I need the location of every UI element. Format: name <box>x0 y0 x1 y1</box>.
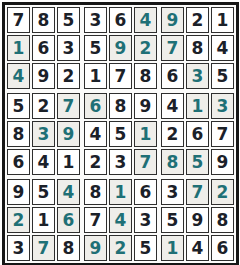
cell-r5c4[interactable]: 4 <box>84 121 107 147</box>
box-6: 413267859 <box>161 93 234 175</box>
cell-r3c6[interactable]: 8 <box>134 63 157 89</box>
box-7: 954216378 <box>7 179 80 261</box>
cell-r6c3[interactable]: 1 <box>57 149 80 175</box>
cell-r2c4[interactable]: 5 <box>84 35 107 61</box>
cell-r4c5[interactable]: 8 <box>109 93 132 119</box>
cell-r5c5[interactable]: 5 <box>109 121 132 147</box>
cell-r3c2[interactable]: 9 <box>32 63 55 89</box>
cell-r4c3[interactable]: 7 <box>57 93 80 119</box>
cell-r4c7[interactable]: 4 <box>161 93 184 119</box>
cell-r8c2[interactable]: 1 <box>32 207 55 233</box>
cell-r2c1[interactable]: 1 <box>7 35 30 61</box>
cell-r9c1[interactable]: 3 <box>7 235 30 261</box>
cell-r1c5[interactable]: 6 <box>109 7 132 33</box>
cell-r6c8[interactable]: 5 <box>186 149 209 175</box>
cell-r3c7[interactable]: 6 <box>161 63 184 89</box>
cell-r6c4[interactable]: 2 <box>84 149 107 175</box>
cell-r2c5[interactable]: 9 <box>109 35 132 61</box>
cell-r4c1[interactable]: 5 <box>7 93 30 119</box>
cell-r7c4[interactable]: 8 <box>84 179 107 205</box>
cell-r9c2[interactable]: 7 <box>32 235 55 261</box>
cell-r5c1[interactable]: 8 <box>7 121 30 147</box>
cell-r1c7[interactable]: 9 <box>161 7 184 33</box>
cell-r8c9[interactable]: 8 <box>211 207 234 233</box>
cell-r9c5[interactable]: 2 <box>109 235 132 261</box>
cell-r5c2[interactable]: 3 <box>32 121 55 147</box>
cell-r1c9[interactable]: 1 <box>211 7 234 33</box>
cell-r1c1[interactable]: 7 <box>7 7 30 33</box>
cell-r8c8[interactable]: 9 <box>186 207 209 233</box>
cell-r6c6[interactable]: 7 <box>134 149 157 175</box>
cell-r5c6[interactable]: 1 <box>134 121 157 147</box>
cell-r5c9[interactable]: 7 <box>211 121 234 147</box>
box-4: 527839641 <box>7 93 80 175</box>
cell-r4c4[interactable]: 6 <box>84 93 107 119</box>
cell-r6c7[interactable]: 8 <box>161 149 184 175</box>
box-3: 921784635 <box>161 7 234 89</box>
cell-r4c8[interactable]: 1 <box>186 93 209 119</box>
cell-r2c8[interactable]: 8 <box>186 35 209 61</box>
cell-r1c2[interactable]: 8 <box>32 7 55 33</box>
cell-r6c2[interactable]: 4 <box>32 149 55 175</box>
cell-r6c5[interactable]: 3 <box>109 149 132 175</box>
cell-r9c7[interactable]: 1 <box>161 235 184 261</box>
cell-r3c8[interactable]: 3 <box>186 63 209 89</box>
sudoku-board: 7851634923645921789217846355278396416894… <box>2 2 239 265</box>
cell-r5c8[interactable]: 6 <box>186 121 209 147</box>
cell-r7c5[interactable]: 1 <box>109 179 132 205</box>
cell-r5c7[interactable]: 2 <box>161 121 184 147</box>
cell-r8c7[interactable]: 5 <box>161 207 184 233</box>
cell-r9c9[interactable]: 6 <box>211 235 234 261</box>
box-1: 785163492 <box>7 7 80 89</box>
cell-r9c3[interactable]: 8 <box>57 235 80 261</box>
cell-r9c8[interactable]: 4 <box>186 235 209 261</box>
cell-r4c2[interactable]: 2 <box>32 93 55 119</box>
cell-r3c1[interactable]: 4 <box>7 63 30 89</box>
cell-r6c9[interactable]: 9 <box>211 149 234 175</box>
cell-r9c4[interactable]: 9 <box>84 235 107 261</box>
cell-r3c3[interactable]: 2 <box>57 63 80 89</box>
cell-r7c7[interactable]: 3 <box>161 179 184 205</box>
cell-r8c1[interactable]: 2 <box>7 207 30 233</box>
cell-r9c6[interactable]: 5 <box>134 235 157 261</box>
cell-r8c4[interactable]: 7 <box>84 207 107 233</box>
cell-r2c3[interactable]: 3 <box>57 35 80 61</box>
cell-r7c8[interactable]: 7 <box>186 179 209 205</box>
cell-r6c1[interactable]: 6 <box>7 149 30 175</box>
cell-r8c6[interactable]: 3 <box>134 207 157 233</box>
cell-r7c2[interactable]: 5 <box>32 179 55 205</box>
box-9: 372598146 <box>161 179 234 261</box>
cell-r8c5[interactable]: 4 <box>109 207 132 233</box>
cell-r3c9[interactable]: 5 <box>211 63 234 89</box>
cell-r7c6[interactable]: 6 <box>134 179 157 205</box>
cell-r1c3[interactable]: 5 <box>57 7 80 33</box>
cell-r1c8[interactable]: 2 <box>186 7 209 33</box>
box-5: 689451237 <box>84 93 157 175</box>
cell-r5c3[interactable]: 9 <box>57 121 80 147</box>
cell-r7c1[interactable]: 9 <box>7 179 30 205</box>
cell-r3c4[interactable]: 1 <box>84 63 107 89</box>
cell-r4c6[interactable]: 9 <box>134 93 157 119</box>
cell-r4c9[interactable]: 3 <box>211 93 234 119</box>
cell-r2c7[interactable]: 7 <box>161 35 184 61</box>
cell-r2c2[interactable]: 6 <box>32 35 55 61</box>
cell-r1c6[interactable]: 4 <box>134 7 157 33</box>
cell-r3c5[interactable]: 7 <box>109 63 132 89</box>
box-8: 816743925 <box>84 179 157 261</box>
cell-r7c3[interactable]: 4 <box>57 179 80 205</box>
cell-r2c9[interactable]: 4 <box>211 35 234 61</box>
cell-r8c3[interactable]: 6 <box>57 207 80 233</box>
cell-r1c4[interactable]: 3 <box>84 7 107 33</box>
box-2: 364592178 <box>84 7 157 89</box>
cell-r7c9[interactable]: 2 <box>211 179 234 205</box>
cell-r2c6[interactable]: 2 <box>134 35 157 61</box>
